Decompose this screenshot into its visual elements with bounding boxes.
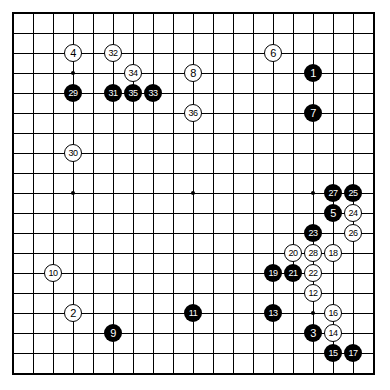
intersection — [163, 203, 183, 223]
intersection — [363, 83, 383, 103]
intersection — [103, 303, 123, 323]
intersection — [363, 263, 383, 283]
move-number: 2 — [70, 308, 76, 319]
stone-white-16: 16 — [324, 304, 342, 322]
stone-black-5: 5 — [324, 204, 342, 222]
intersection — [163, 183, 183, 203]
intersection — [3, 303, 23, 323]
intersection — [203, 243, 223, 263]
intersection — [143, 63, 163, 83]
intersection — [303, 143, 323, 163]
intersection — [3, 163, 23, 183]
move-number: 35 — [128, 89, 137, 98]
move-number: 16 — [328, 309, 337, 318]
intersection — [83, 323, 103, 343]
intersection — [143, 323, 163, 343]
intersection — [203, 223, 223, 243]
intersection — [63, 343, 83, 363]
intersection — [183, 363, 203, 383]
intersection — [123, 183, 143, 203]
move-number: 7 — [310, 108, 316, 119]
intersection — [363, 163, 383, 183]
intersection — [243, 43, 263, 63]
intersection — [223, 43, 243, 63]
intersection — [23, 223, 43, 243]
stone-black-7: 7 — [304, 104, 322, 122]
intersection — [103, 283, 123, 303]
intersection — [323, 283, 343, 303]
stone-white-10: 10 — [44, 264, 62, 282]
intersection — [323, 23, 343, 43]
intersection — [103, 243, 123, 263]
intersection — [303, 363, 323, 383]
intersection — [303, 203, 323, 223]
intersection — [123, 163, 143, 183]
move-number: 1 — [310, 68, 316, 79]
stone-black-19: 19 — [264, 264, 282, 282]
intersection — [63, 243, 83, 263]
intersection — [283, 123, 303, 143]
intersection — [123, 143, 143, 163]
intersection — [143, 303, 163, 323]
intersection — [343, 103, 363, 123]
intersection — [283, 3, 303, 23]
intersection — [43, 43, 63, 63]
move-number: 36 — [188, 109, 197, 118]
intersection — [263, 363, 283, 383]
intersection — [3, 83, 23, 103]
intersection — [23, 103, 43, 123]
intersection — [83, 103, 103, 123]
intersection — [223, 183, 243, 203]
intersection — [223, 143, 243, 163]
intersection — [3, 183, 23, 203]
intersection — [223, 83, 243, 103]
intersection — [143, 223, 163, 243]
intersection — [163, 243, 183, 263]
intersection — [143, 363, 163, 383]
intersection — [363, 23, 383, 43]
intersection — [243, 283, 263, 303]
intersection — [143, 23, 163, 43]
stone-black-21: 21 — [284, 264, 302, 282]
intersection — [263, 163, 283, 183]
intersection — [243, 203, 263, 223]
intersection — [3, 143, 23, 163]
intersection — [23, 263, 43, 283]
star-point — [71, 71, 75, 75]
intersection — [163, 63, 183, 83]
intersection — [343, 303, 363, 323]
stone-white-24: 24 — [344, 204, 362, 222]
intersection — [323, 103, 343, 123]
stone-black-33: 33 — [144, 84, 162, 102]
intersection — [243, 183, 263, 203]
intersection — [123, 263, 143, 283]
intersection — [63, 23, 83, 43]
intersection — [83, 43, 103, 63]
intersection — [163, 363, 183, 383]
intersection — [123, 43, 143, 63]
intersection — [183, 43, 203, 63]
intersection — [323, 43, 343, 63]
intersection — [343, 143, 363, 163]
intersection — [223, 243, 243, 263]
stone-white-2: 2 — [64, 304, 82, 322]
intersection — [143, 203, 163, 223]
intersection — [243, 3, 263, 23]
intersection — [23, 183, 43, 203]
intersection — [23, 203, 43, 223]
intersection — [23, 63, 43, 83]
intersection — [243, 123, 263, 143]
intersection — [43, 223, 63, 243]
intersection — [323, 123, 343, 143]
intersection — [103, 263, 123, 283]
intersection — [103, 203, 123, 223]
intersection — [83, 203, 103, 223]
intersection — [163, 283, 183, 303]
intersection — [123, 343, 143, 363]
intersection — [23, 163, 43, 183]
intersection — [3, 223, 23, 243]
intersection — [143, 243, 163, 263]
intersection — [183, 263, 203, 283]
move-number: 17 — [348, 349, 357, 358]
intersection — [63, 163, 83, 183]
stone-white-8: 8 — [184, 64, 202, 82]
move-number: 3 — [310, 328, 316, 339]
intersection — [363, 343, 383, 363]
intersection — [263, 183, 283, 203]
intersection — [123, 323, 143, 343]
intersection — [363, 123, 383, 143]
intersection — [63, 223, 83, 243]
stone-white-4: 4 — [64, 44, 82, 62]
stone-black-31: 31 — [104, 84, 122, 102]
intersection — [343, 123, 363, 143]
intersection — [203, 23, 223, 43]
intersection — [43, 83, 63, 103]
intersection — [23, 23, 43, 43]
move-number: 13 — [268, 309, 277, 318]
intersection — [223, 63, 243, 83]
intersection — [303, 83, 323, 103]
intersection — [143, 123, 163, 143]
intersection — [43, 343, 63, 363]
intersection — [343, 243, 363, 263]
intersection — [43, 23, 63, 43]
intersection — [103, 223, 123, 243]
star-point — [311, 191, 315, 195]
intersection — [263, 123, 283, 143]
intersection — [203, 83, 223, 103]
intersection — [63, 123, 83, 143]
go-board: 1234567891011121314151617181920212223242… — [0, 0, 390, 390]
intersection — [263, 3, 283, 23]
intersection — [263, 63, 283, 83]
intersection — [103, 103, 123, 123]
intersection — [163, 323, 183, 343]
intersection — [103, 23, 123, 43]
intersection — [363, 223, 383, 243]
move-number: 4 — [70, 48, 76, 59]
intersection — [143, 103, 163, 123]
intersection — [43, 303, 63, 323]
intersection — [263, 143, 283, 163]
intersection — [63, 323, 83, 343]
intersection — [123, 363, 143, 383]
intersection — [223, 263, 243, 283]
intersection — [143, 143, 163, 163]
intersection — [343, 63, 363, 83]
intersection — [303, 163, 323, 183]
intersection — [343, 263, 363, 283]
move-number: 26 — [348, 229, 357, 238]
move-number: 29 — [68, 89, 77, 98]
intersection — [83, 3, 103, 23]
intersection — [163, 343, 183, 363]
star-point — [311, 311, 315, 315]
intersection — [143, 163, 163, 183]
intersection — [243, 363, 263, 383]
intersection — [103, 63, 123, 83]
intersection — [263, 343, 283, 363]
intersection — [243, 23, 263, 43]
intersection — [103, 183, 123, 203]
intersection — [163, 223, 183, 243]
intersection — [343, 283, 363, 303]
intersection — [183, 203, 203, 223]
move-number: 24 — [348, 209, 357, 218]
move-number: 11 — [189, 309, 197, 318]
intersection — [3, 283, 23, 303]
intersection — [283, 283, 303, 303]
stone-white-14: 14 — [324, 324, 342, 342]
intersection — [363, 63, 383, 83]
intersection — [223, 363, 243, 383]
intersection — [203, 323, 223, 343]
intersection — [323, 223, 343, 243]
move-number: 21 — [288, 269, 297, 278]
intersection — [23, 43, 43, 63]
move-number: 22 — [308, 269, 317, 278]
intersection — [103, 123, 123, 143]
intersection — [263, 323, 283, 343]
intersection — [323, 363, 343, 383]
intersection — [303, 3, 323, 23]
intersection — [123, 203, 143, 223]
intersection — [83, 123, 103, 143]
intersection — [3, 263, 23, 283]
intersection — [163, 83, 183, 103]
intersection — [143, 263, 163, 283]
move-number: 15 — [328, 349, 337, 358]
intersection — [23, 243, 43, 263]
intersection — [83, 163, 103, 183]
intersection — [23, 83, 43, 103]
intersection — [163, 43, 183, 63]
intersection — [203, 303, 223, 323]
stone-black-13: 13 — [264, 304, 282, 322]
move-number: 25 — [348, 189, 357, 198]
intersection — [23, 3, 43, 23]
intersection — [323, 3, 343, 23]
intersection — [363, 243, 383, 263]
intersection — [263, 283, 283, 303]
move-number: 31 — [108, 89, 117, 98]
intersection — [283, 363, 303, 383]
intersection — [243, 343, 263, 363]
intersection — [143, 43, 163, 63]
intersection — [203, 163, 223, 183]
intersection — [323, 163, 343, 183]
intersection — [143, 3, 163, 23]
intersection — [223, 123, 243, 143]
intersection — [23, 123, 43, 143]
intersection — [263, 23, 283, 43]
intersection — [203, 143, 223, 163]
stone-black-11: 11 — [184, 304, 202, 322]
intersection — [343, 163, 363, 183]
intersection — [243, 223, 263, 243]
intersection — [283, 183, 303, 203]
intersection — [183, 283, 203, 303]
intersection — [223, 103, 243, 123]
intersection — [223, 343, 243, 363]
intersection — [83, 83, 103, 103]
intersection — [363, 303, 383, 323]
intersection — [83, 263, 103, 283]
move-number: 8 — [190, 68, 196, 79]
stone-black-27: 27 — [324, 184, 342, 202]
stone-black-1: 1 — [304, 64, 322, 82]
intersection — [163, 123, 183, 143]
stone-black-15: 15 — [324, 344, 342, 362]
intersection — [283, 23, 303, 43]
intersection — [363, 103, 383, 123]
intersection — [43, 103, 63, 123]
move-number: 9 — [110, 328, 116, 339]
intersection — [3, 243, 23, 263]
intersection — [363, 323, 383, 343]
intersection — [3, 123, 23, 143]
move-number: 34 — [128, 69, 137, 78]
intersection — [163, 103, 183, 123]
intersection — [283, 303, 303, 323]
intersection — [283, 103, 303, 123]
intersection — [183, 163, 203, 183]
intersection — [3, 363, 23, 383]
intersection — [243, 63, 263, 83]
intersection — [283, 203, 303, 223]
stone-white-34: 34 — [124, 64, 142, 82]
intersection — [23, 363, 43, 383]
stone-black-35: 35 — [124, 84, 142, 102]
stone-black-29: 29 — [64, 84, 82, 102]
intersection — [3, 43, 23, 63]
intersection — [323, 143, 343, 163]
stone-white-18: 18 — [324, 244, 342, 262]
intersection — [223, 323, 243, 343]
intersection — [23, 343, 43, 363]
move-number: 10 — [48, 269, 57, 278]
intersection — [143, 343, 163, 363]
intersection — [123, 223, 143, 243]
move-number: 6 — [270, 48, 276, 59]
move-number: 33 — [148, 89, 157, 98]
intersection — [83, 343, 103, 363]
move-number: 18 — [328, 249, 337, 258]
intersection — [363, 183, 383, 203]
intersection — [283, 143, 303, 163]
intersection — [263, 203, 283, 223]
intersection — [123, 3, 143, 23]
stone-white-36: 36 — [184, 104, 202, 122]
intersection — [123, 123, 143, 143]
intersection — [83, 363, 103, 383]
intersection — [263, 223, 283, 243]
move-number: 23 — [308, 229, 317, 238]
intersection — [163, 143, 183, 163]
stone-white-12: 12 — [304, 284, 322, 302]
intersection — [123, 303, 143, 323]
intersection — [343, 43, 363, 63]
intersection — [183, 23, 203, 43]
move-number: 20 — [288, 249, 297, 258]
intersection — [203, 103, 223, 123]
stone-black-17: 17 — [344, 344, 362, 362]
intersection — [363, 203, 383, 223]
intersection — [363, 143, 383, 163]
intersection — [83, 223, 103, 243]
intersection — [343, 323, 363, 343]
intersection — [283, 343, 303, 363]
intersection — [283, 323, 303, 343]
move-number: 14 — [328, 329, 337, 338]
move-number: 30 — [68, 149, 77, 158]
stone-white-26: 26 — [344, 224, 362, 242]
stone-white-30: 30 — [64, 144, 82, 162]
intersection — [143, 183, 163, 203]
intersection — [303, 43, 323, 63]
move-number: 12 — [308, 289, 317, 298]
intersection — [283, 43, 303, 63]
stone-black-25: 25 — [344, 184, 362, 202]
intersection — [243, 143, 263, 163]
intersection — [363, 363, 383, 383]
intersection — [83, 63, 103, 83]
intersection — [103, 143, 123, 163]
intersection — [363, 3, 383, 23]
intersection — [3, 63, 23, 83]
intersection — [43, 163, 63, 183]
intersection — [3, 103, 23, 123]
intersection — [43, 183, 63, 203]
intersection — [83, 303, 103, 323]
intersection — [3, 3, 23, 23]
intersection — [203, 263, 223, 283]
intersection — [183, 143, 203, 163]
intersection — [43, 63, 63, 83]
intersection — [83, 23, 103, 43]
move-number: 28 — [308, 249, 317, 258]
intersection — [243, 303, 263, 323]
star-point — [71, 191, 75, 195]
intersection — [283, 83, 303, 103]
stone-white-20: 20 — [284, 244, 302, 262]
intersection — [223, 163, 243, 183]
